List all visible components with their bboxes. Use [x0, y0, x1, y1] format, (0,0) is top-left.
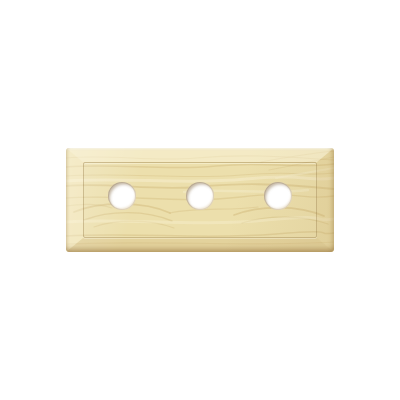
hole-center [186, 182, 214, 210]
wood-plaque [66, 148, 334, 252]
hole-right [264, 182, 292, 210]
hole-left [108, 182, 136, 210]
product-photo [0, 0, 400, 400]
